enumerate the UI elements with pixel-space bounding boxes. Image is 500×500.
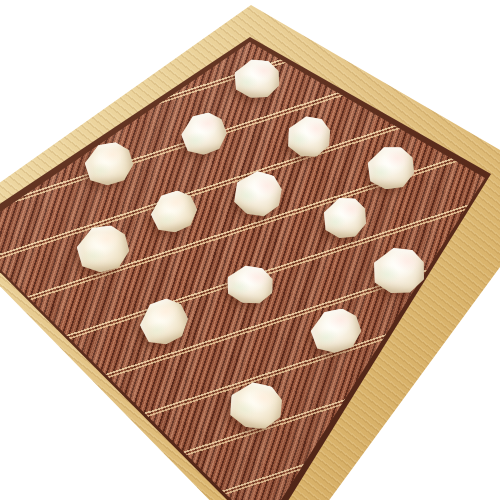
pearl-body [369,244,428,298]
pearl-body [366,145,416,191]
pearl-body [147,187,201,237]
pearl-8 [324,198,367,239]
pearl-6 [235,172,282,217]
pearl-4 [85,143,133,185]
pearl-body [83,141,135,188]
pearl-7 [151,192,197,232]
pearl-body [232,56,283,101]
pearl-body [75,224,130,274]
photo-stage [0,0,500,500]
pearl-1 [234,60,280,99]
pearl-body [283,112,335,162]
pearl-14 [230,383,283,429]
pearl-body [223,262,277,309]
pearl-2 [182,114,227,155]
pearl-9 [77,226,129,272]
pearl-11 [373,248,425,294]
pearl-body [321,195,368,240]
pearl-3 [288,117,331,158]
pearl-body [228,165,288,223]
pearl-10 [227,266,274,304]
pearl-5 [368,147,415,190]
pearl-12 [140,300,188,344]
pearl-body [224,377,288,436]
pearl-layer [0,0,500,500]
pearl-body [135,294,193,350]
pearl-13 [311,310,361,353]
pearl-body [178,110,229,158]
pearl-body [308,306,363,356]
